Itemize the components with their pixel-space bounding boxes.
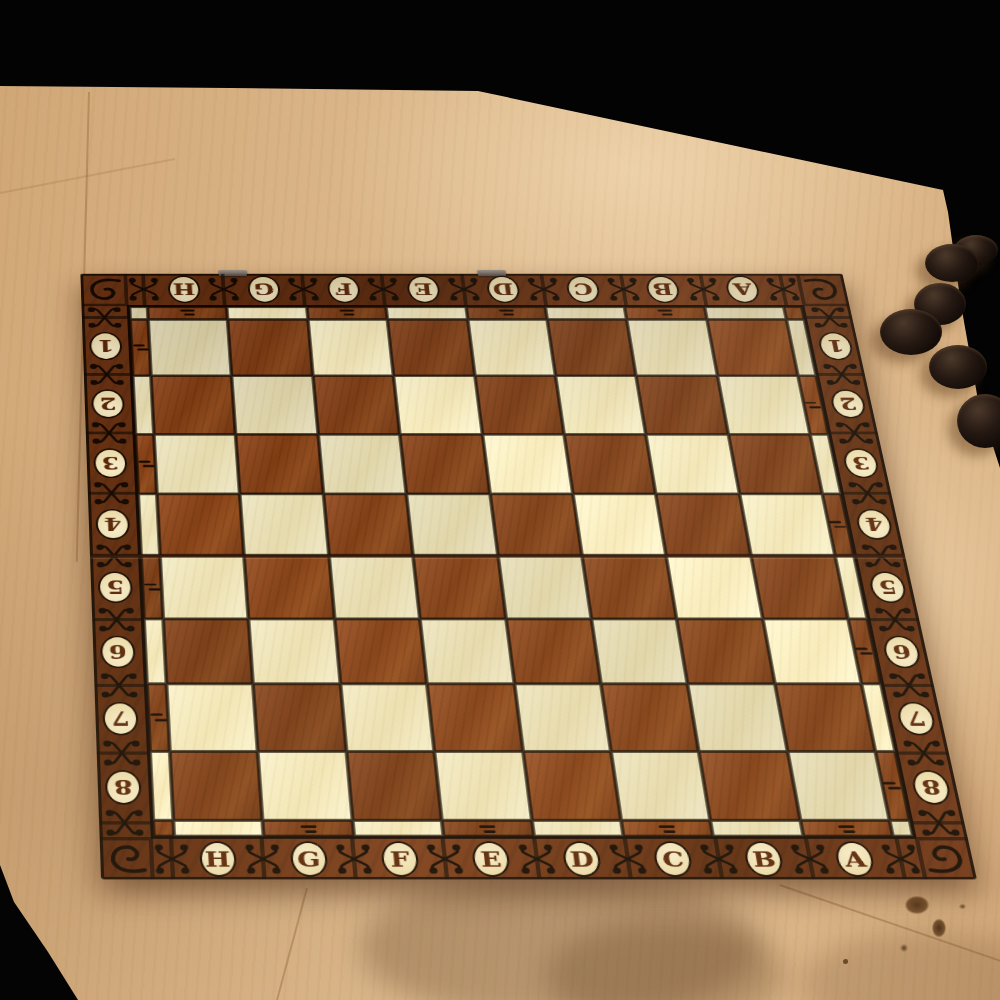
- square-d4[interactable]: [490, 494, 582, 556]
- file-label-h: H: [198, 841, 236, 877]
- square-b8[interactable]: [699, 751, 800, 820]
- square-g7[interactable]: [253, 684, 346, 751]
- scroll-x-ornament: [915, 806, 963, 839]
- edge-filler-strip: [130, 307, 149, 320]
- rank-label-1: 1: [89, 332, 122, 360]
- square-e2[interactable]: [394, 376, 482, 434]
- file-label-a: A: [724, 276, 761, 303]
- square-b2[interactable]: [636, 376, 728, 434]
- square-b1[interactable]: [627, 319, 717, 376]
- square-d3[interactable]: [482, 434, 573, 494]
- scroll-x-ornament: [124, 277, 163, 302]
- square-h4[interactable]: [157, 494, 244, 556]
- square-f4[interactable]: [323, 494, 413, 556]
- burn-dash-mark: [883, 782, 901, 789]
- loose-piece[interactable]: [880, 309, 942, 355]
- scroll-x-ornament: [90, 419, 128, 447]
- square-f3[interactable]: [318, 434, 407, 494]
- square-d1[interactable]: [467, 319, 555, 376]
- square-a7[interactable]: [775, 684, 876, 751]
- burn-dash-mark: [659, 825, 676, 833]
- file-label-cell-a: A: [700, 274, 786, 305]
- edge-filler-strip: [386, 307, 467, 320]
- table-stain: [930, 916, 948, 940]
- scroll-x-ornament: [602, 277, 644, 302]
- edge-filler-strip: [307, 307, 388, 320]
- file-labels-bottom: HGFEDCBA: [151, 839, 926, 880]
- burn-dash-mark: [499, 310, 514, 316]
- square-a6[interactable]: [762, 619, 861, 684]
- file-label-d: D: [486, 276, 522, 303]
- corner-scroll-ornament: [798, 274, 850, 305]
- square-f7[interactable]: [340, 684, 434, 751]
- square-a4[interactable]: [739, 494, 835, 556]
- edge-filler-strip: [704, 307, 786, 320]
- square-c2[interactable]: [555, 376, 646, 434]
- cast-shadow: [800, 930, 1000, 1000]
- burn-dash-mark: [300, 825, 317, 833]
- square-h8[interactable]: [170, 751, 263, 820]
- scroll-x-ornament: [682, 277, 724, 302]
- scroll-x-ornament: [284, 277, 324, 302]
- scroll-x-ornament: [331, 843, 377, 875]
- square-c1[interactable]: [547, 319, 636, 376]
- rank-label-6: 6: [881, 636, 923, 668]
- edge-filler-strip: [621, 820, 713, 836]
- scroll-x-ornament: [99, 670, 139, 701]
- table-stain: [843, 959, 848, 964]
- square-d5[interactable]: [498, 556, 592, 619]
- scroll-x-ornament: [150, 843, 194, 875]
- square-f8[interactable]: [346, 751, 442, 820]
- fold-seam: [90, 554, 905, 558]
- table-stain: [899, 943, 909, 953]
- burn-dash-mark: [804, 402, 821, 408]
- file-label-f: F: [326, 276, 361, 303]
- scroll-x-ornament: [523, 277, 564, 302]
- edge-filler-strip: [531, 820, 623, 836]
- burn-dash-mark: [150, 714, 167, 721]
- scroll-x-ornament: [785, 843, 834, 875]
- rank-label-2: 2: [91, 389, 125, 418]
- square-f2[interactable]: [313, 376, 400, 434]
- square-d2[interactable]: [475, 376, 564, 434]
- rank-label-1: 1: [816, 332, 854, 360]
- file-label-e: E: [471, 841, 512, 877]
- square-e6[interactable]: [420, 619, 514, 684]
- burn-dash-mark: [133, 345, 149, 351]
- burn-dash-mark: [855, 648, 873, 655]
- rank-label-5: 5: [98, 572, 133, 604]
- rank-label-6: 6: [100, 636, 136, 668]
- square-a1[interactable]: [707, 319, 798, 376]
- square-g2[interactable]: [232, 376, 318, 434]
- file-label-a: A: [834, 841, 877, 877]
- file-labels-top: HGFEDCBA: [125, 274, 804, 305]
- square-g5[interactable]: [244, 556, 334, 619]
- burn-dash-mark: [658, 310, 673, 316]
- scroll-x-ornament: [363, 277, 403, 302]
- square-b6[interactable]: [677, 619, 775, 684]
- square-b5[interactable]: [666, 556, 762, 619]
- file-label-b: B: [743, 841, 786, 877]
- square-c6[interactable]: [591, 619, 687, 684]
- scroll-x-ornament: [97, 604, 137, 634]
- scroll-x-ornament: [241, 843, 286, 875]
- edge-filler-strip: [352, 820, 443, 836]
- scroll-x-ornament: [695, 843, 743, 875]
- rank-label-3: 3: [93, 448, 127, 478]
- file-label-d: D: [561, 841, 602, 877]
- burn-dash-mark: [829, 521, 846, 528]
- square-e3[interactable]: [400, 434, 490, 494]
- square-a3[interactable]: [728, 434, 822, 494]
- square-d6[interactable]: [506, 619, 601, 684]
- burn-dash-mark: [479, 825, 496, 833]
- file-label-cell-a: A: [806, 839, 905, 880]
- scroll-x-ornament: [872, 604, 917, 634]
- file-label-c: C: [652, 841, 694, 877]
- square-g1[interactable]: [228, 319, 313, 376]
- corner-scroll-ornament: [80, 274, 126, 305]
- burn-dash-mark: [139, 461, 155, 467]
- file-label-e: E: [406, 276, 441, 303]
- scroll-x-ornament: [900, 737, 947, 769]
- scroll-x-ornament: [886, 670, 932, 701]
- edge-filler-strip: [710, 820, 802, 836]
- burn-dash-mark: [838, 825, 855, 833]
- scroll-x-ornament: [846, 479, 890, 508]
- square-c3[interactable]: [564, 434, 656, 494]
- rank-label-8: 8: [105, 770, 142, 804]
- photo-scene: HGFEDCBA HGFEDCBA 12345678 12345678: [0, 0, 1000, 1000]
- scroll-x-ornament: [809, 304, 851, 330]
- edge-filler-strip: [148, 307, 228, 320]
- table-stain: [958, 903, 967, 910]
- square-b7[interactable]: [688, 684, 787, 751]
- scroll-x-ornament: [833, 419, 876, 447]
- square-c5[interactable]: [582, 556, 677, 619]
- square-b4[interactable]: [656, 494, 751, 556]
- edge-filler-strip: [545, 307, 627, 320]
- square-c4[interactable]: [573, 494, 666, 556]
- square-h2[interactable]: [151, 376, 236, 434]
- corner-scroll-ornament: [100, 839, 153, 880]
- square-e4[interactable]: [406, 494, 497, 556]
- rank-label-5: 5: [867, 572, 908, 604]
- square-g6[interactable]: [249, 619, 340, 684]
- file-label-g: G: [289, 841, 328, 877]
- rank-label-7: 7: [895, 702, 938, 735]
- square-a2[interactable]: [717, 376, 810, 434]
- square-h6[interactable]: [163, 619, 253, 684]
- square-a5[interactable]: [751, 556, 848, 619]
- edge-filler-strip: [153, 820, 174, 836]
- rank-label-7: 7: [102, 702, 139, 735]
- file-label-b: B: [645, 276, 682, 303]
- rank-label-2: 2: [829, 389, 868, 418]
- scroll-x-ornament: [92, 479, 131, 508]
- scroll-x-ornament: [762, 277, 805, 302]
- burn-dash-mark: [180, 310, 195, 316]
- file-label-f: F: [380, 841, 420, 877]
- table-stain: [901, 893, 933, 917]
- rank-label-4: 4: [854, 509, 894, 540]
- rank-label-3: 3: [841, 448, 881, 478]
- chessboard-wrap: HGFEDCBA HGFEDCBA 12345678 12345678: [80, 274, 977, 880]
- rank-label-cell-8: 8: [97, 753, 150, 823]
- scroll-x-ornament: [821, 361, 863, 388]
- square-f1[interactable]: [308, 319, 394, 376]
- corner-scroll-ornament: [917, 839, 977, 880]
- square-f6[interactable]: [334, 619, 427, 684]
- file-label-g: G: [247, 276, 281, 303]
- scroll-x-ornament: [88, 361, 125, 388]
- edge-filler-strip: [800, 820, 893, 836]
- scroll-x-ornament: [422, 843, 468, 875]
- scroll-x-ornament: [104, 806, 146, 839]
- square-e7[interactable]: [427, 684, 522, 751]
- square-g4[interactable]: [240, 494, 329, 556]
- edge-filler-strip: [890, 820, 914, 836]
- scroll-x-ornament: [101, 737, 142, 769]
- square-g3[interactable]: [236, 434, 323, 494]
- loose-piece[interactable]: [957, 394, 1000, 448]
- scroll-x-ornament: [443, 277, 484, 302]
- scroll-x-ornament: [513, 843, 560, 875]
- square-d8[interactable]: [523, 751, 621, 820]
- square-h3[interactable]: [154, 434, 240, 494]
- scroll-x-ornament: [204, 277, 243, 302]
- rank-label-8: 8: [910, 770, 953, 804]
- square-c8[interactable]: [611, 751, 711, 820]
- square-d7[interactable]: [514, 684, 611, 751]
- table-plank-seam: [275, 888, 307, 1000]
- square-g8[interactable]: [258, 751, 352, 820]
- edge-filler-strip: [466, 307, 547, 320]
- edge-filler-strip: [784, 307, 805, 320]
- square-a8[interactable]: [787, 751, 889, 820]
- square-b3[interactable]: [646, 434, 739, 494]
- edge-filler-strip: [263, 820, 354, 836]
- playing-area: [127, 305, 917, 839]
- rank-label-4: 4: [95, 509, 130, 540]
- chessboard: HGFEDCBA HGFEDCBA 12345678 12345678: [80, 274, 977, 880]
- loose-piece[interactable]: [929, 345, 987, 389]
- loose-piece[interactable]: [925, 244, 979, 282]
- scroll-x-ornament: [876, 843, 925, 875]
- square-c7[interactable]: [601, 684, 699, 751]
- square-h7[interactable]: [166, 684, 258, 751]
- square-e5[interactable]: [413, 556, 505, 619]
- square-e8[interactable]: [434, 751, 531, 820]
- square-h5[interactable]: [160, 556, 249, 619]
- scroll-x-ornament: [604, 843, 652, 875]
- square-e1[interactable]: [387, 319, 474, 376]
- scroll-x-ornament: [86, 304, 123, 330]
- burn-dash-mark: [340, 310, 355, 316]
- file-label-c: C: [565, 276, 601, 303]
- square-h1[interactable]: [148, 319, 232, 376]
- edge-filler-strip: [625, 307, 707, 320]
- square-f5[interactable]: [329, 556, 420, 619]
- edge-filler-strip: [227, 307, 308, 320]
- edge-filler-strip: [173, 820, 264, 836]
- burn-dash-mark: [144, 584, 160, 591]
- file-label-h: H: [167, 276, 201, 303]
- edge-filler-strip: [442, 820, 534, 836]
